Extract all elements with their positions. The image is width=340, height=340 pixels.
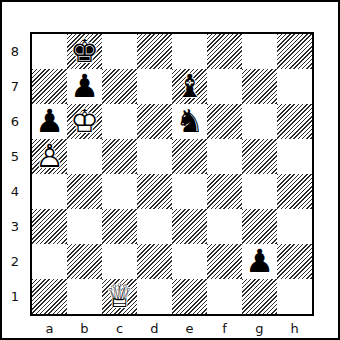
square-e8[interactable]	[172, 34, 207, 69]
square-c7[interactable]	[102, 69, 137, 104]
square-g8[interactable]	[242, 34, 277, 69]
file-label-h: h	[277, 316, 312, 340]
square-a7[interactable]	[32, 69, 67, 104]
square-b3[interactable]	[67, 209, 102, 244]
square-f8[interactable]	[207, 34, 242, 69]
square-f6[interactable]	[207, 104, 242, 139]
rank-label-2: 2	[2, 244, 28, 279]
rank-label-8: 8	[2, 34, 28, 69]
square-h2[interactable]	[277, 244, 312, 279]
white-queen-fill: ♛	[102, 279, 137, 314]
rank-label-1: 1	[2, 279, 28, 314]
black-pawn-piece[interactable]: ♟	[242, 244, 277, 279]
square-h3[interactable]	[277, 209, 312, 244]
chess-diagram: 87654321 ♚♟♝♟♚♔♞♟♙♟♛♕ abcdefgh	[0, 0, 340, 340]
square-f3[interactable]	[207, 209, 242, 244]
square-a3[interactable]	[32, 209, 67, 244]
square-f7[interactable]	[207, 69, 242, 104]
square-a8[interactable]	[32, 34, 67, 69]
file-label-f: f	[207, 316, 242, 340]
square-g1[interactable]	[242, 279, 277, 314]
square-f2[interactable]	[207, 244, 242, 279]
square-d4[interactable]	[137, 174, 172, 209]
square-a1[interactable]	[32, 279, 67, 314]
black-pawn-piece[interactable]: ♟	[67, 69, 102, 104]
file-label-e: e	[172, 316, 207, 340]
square-a6[interactable]: ♟	[32, 104, 67, 139]
square-g3[interactable]	[242, 209, 277, 244]
white-king-fill: ♚	[67, 104, 102, 139]
square-a4[interactable]	[32, 174, 67, 209]
square-h6[interactable]	[277, 104, 312, 139]
square-b5[interactable]	[67, 139, 102, 174]
square-g5[interactable]	[242, 139, 277, 174]
square-d7[interactable]	[137, 69, 172, 104]
file-label-d: d	[137, 316, 172, 340]
square-f1[interactable]	[207, 279, 242, 314]
file-label-a: a	[32, 316, 67, 340]
white-pawn-fill: ♟	[32, 139, 67, 174]
square-c5[interactable]	[102, 139, 137, 174]
square-g7[interactable]	[242, 69, 277, 104]
rank-label-7: 7	[2, 69, 28, 104]
square-d5[interactable]	[137, 139, 172, 174]
black-pawn-piece[interactable]: ♟	[32, 104, 67, 139]
square-g4[interactable]	[242, 174, 277, 209]
square-b6[interactable]: ♚♔	[67, 104, 102, 139]
square-b7[interactable]: ♟	[67, 69, 102, 104]
file-label-b: b	[67, 316, 102, 340]
rank-labels: 87654321	[2, 34, 28, 314]
file-labels: abcdefgh	[32, 316, 312, 340]
rank-label-4: 4	[2, 174, 28, 209]
square-d1[interactable]	[137, 279, 172, 314]
black-knight-piece[interactable]: ♞	[172, 104, 207, 139]
square-e5[interactable]	[172, 139, 207, 174]
square-e1[interactable]	[172, 279, 207, 314]
rank-label-5: 5	[2, 139, 28, 174]
white-king-piece[interactable]: ♔	[67, 104, 102, 139]
rank-label-3: 3	[2, 209, 28, 244]
square-h4[interactable]	[277, 174, 312, 209]
white-queen-piece[interactable]: ♕	[102, 279, 137, 314]
square-c8[interactable]	[102, 34, 137, 69]
square-h8[interactable]	[277, 34, 312, 69]
square-g2[interactable]: ♟	[242, 244, 277, 279]
square-f5[interactable]	[207, 139, 242, 174]
square-b2[interactable]	[67, 244, 102, 279]
square-b1[interactable]	[67, 279, 102, 314]
black-king-piece[interactable]: ♚	[67, 34, 102, 69]
black-bishop-piece[interactable]: ♝	[172, 69, 207, 104]
square-c3[interactable]	[102, 209, 137, 244]
square-c4[interactable]	[102, 174, 137, 209]
rank-label-6: 6	[2, 104, 28, 139]
square-d8[interactable]	[137, 34, 172, 69]
square-h5[interactable]	[277, 139, 312, 174]
square-h7[interactable]	[277, 69, 312, 104]
square-d2[interactable]	[137, 244, 172, 279]
square-e2[interactable]	[172, 244, 207, 279]
square-e4[interactable]	[172, 174, 207, 209]
square-c6[interactable]	[102, 104, 137, 139]
white-pawn-piece[interactable]: ♙	[32, 139, 67, 174]
square-e7[interactable]: ♝	[172, 69, 207, 104]
file-label-c: c	[102, 316, 137, 340]
square-d6[interactable]	[137, 104, 172, 139]
square-b8[interactable]: ♚	[67, 34, 102, 69]
square-a5[interactable]: ♟♙	[32, 139, 67, 174]
square-h1[interactable]	[277, 279, 312, 314]
square-e3[interactable]	[172, 209, 207, 244]
square-a2[interactable]	[32, 244, 67, 279]
square-g6[interactable]	[242, 104, 277, 139]
chess-board: ♚♟♝♟♚♔♞♟♙♟♛♕	[30, 32, 314, 316]
square-c2[interactable]	[102, 244, 137, 279]
square-d3[interactable]	[137, 209, 172, 244]
square-c1[interactable]: ♛♕	[102, 279, 137, 314]
square-e6[interactable]: ♞	[172, 104, 207, 139]
file-label-g: g	[242, 316, 277, 340]
square-b4[interactable]	[67, 174, 102, 209]
square-f4[interactable]	[207, 174, 242, 209]
